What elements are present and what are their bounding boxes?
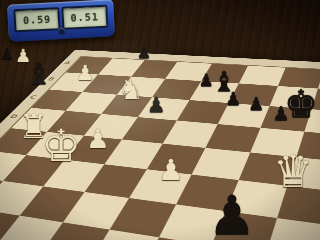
chess-clock: 0.59 0.51 [7, 0, 115, 42]
board-squares [0, 56, 320, 240]
file-label-b: B [46, 77, 55, 81]
clock-left-display: 0.59 [13, 7, 60, 32]
chess-scene: ABCDEFGH 12345678 ♟♟♟♟♞♜♚♝♟♟♟♝♟♟♟♚♛♟♟ 0.… [0, 0, 320, 240]
file-label-c: C [28, 95, 37, 100]
board-margin: ABCDEFGH 12345678 [0, 50, 320, 240]
chess-board: ABCDEFGH 12345678 [0, 50, 320, 240]
clock-button [58, 28, 65, 35]
clock-right-time: 0.51 [70, 11, 99, 23]
file-label-a: A [63, 61, 72, 65]
clock-left-time: 0.59 [23, 13, 52, 25]
clock-right-display: 0.51 [61, 5, 108, 30]
